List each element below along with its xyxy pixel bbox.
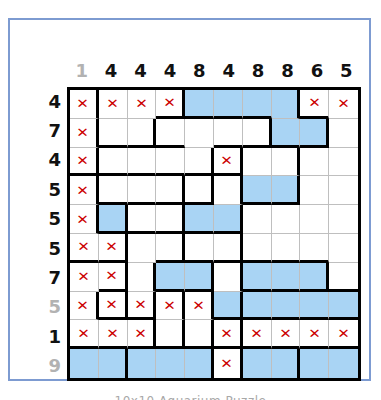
x-mark-icon: ✕ [163,96,176,109]
x-mark-icon: ✕ [77,126,90,139]
cell-r3c9[interactable] [300,148,329,177]
cell-r9c3[interactable]: ✕ [128,320,157,349]
cell-r8c5[interactable]: ✕ [185,292,214,321]
cell-r3c6[interactable]: ✕ [214,148,243,177]
cell-r5c8[interactable] [272,205,301,234]
cell-r3c2[interactable] [99,148,128,177]
x-mark-icon: ✕ [105,269,118,282]
cell-r7c3[interactable] [128,263,157,292]
puzzle-window: 1444848865 4745557519 ✕✕✕✕✕✕✕✕✕✕✕✕✕✕✕✕✕✕… [8,18,371,381]
row-clue-4: 5 [36,175,64,204]
cell-r7c5[interactable] [185,263,214,292]
cell-r3c1[interactable]: ✕ [70,148,99,177]
cell-r5c9[interactable] [300,205,329,234]
cell-r10c6[interactable]: ✕ [214,349,243,378]
cell-r2c5[interactable] [185,119,214,148]
cell-r10c8[interactable] [272,349,301,378]
x-mark-icon: ✕ [221,357,234,370]
cell-r4c4[interactable] [156,176,185,205]
col-clue-7: 8 [243,56,272,85]
cell-r5c7[interactable] [243,205,272,234]
x-mark-icon: ✕ [250,327,263,340]
cell-r1c5[interactable] [185,90,214,119]
row-clue-8: 5 [36,293,64,322]
cell-r2c3[interactable] [128,119,157,148]
cell-r4c1[interactable]: ✕ [70,176,99,205]
x-mark-icon: ✕ [77,184,90,197]
cell-r6c3[interactable] [128,234,157,263]
cell-r9c2[interactable]: ✕ [99,320,128,349]
x-mark-icon: ✕ [77,97,90,110]
cell-r10c9[interactable] [300,349,329,378]
row-clue-9: 1 [36,322,64,351]
cell-r9c7[interactable]: ✕ [243,320,272,349]
x-mark-icon: ✕ [221,154,234,167]
x-mark-icon: ✕ [77,213,90,226]
cell-r2c2[interactable] [99,119,128,148]
cell-r10c1[interactable] [70,349,99,378]
cell-r3c7[interactable] [243,148,272,177]
cell-r7c1[interactable]: ✕ [70,263,99,292]
cell-r6c1[interactable]: ✕ [70,234,99,263]
x-mark-icon: ✕ [105,240,118,253]
cell-r4c8[interactable] [272,176,301,205]
cell-r7c9[interactable] [300,263,329,292]
cell-r7c4[interactable] [156,263,185,292]
cell-r5c6[interactable] [214,205,243,234]
cell-r6c10[interactable] [329,234,358,263]
cell-r2c4[interactable] [156,119,185,148]
cell-r8c8[interactable] [272,292,301,321]
cell-r9c6[interactable]: ✕ [214,320,243,349]
cell-r10c2[interactable] [99,349,128,378]
cell-r6c7[interactable] [243,234,272,263]
cell-r9c9[interactable]: ✕ [300,320,329,349]
caption: 10x10 Aquarium Puzzle [0,394,381,400]
cell-r9c1[interactable]: ✕ [70,320,99,349]
cell-r4c2[interactable] [99,176,128,205]
x-mark-icon: ✕ [78,240,91,253]
cell-r1c1[interactable]: ✕ [70,90,99,119]
cell-r1c2[interactable]: ✕ [99,90,128,119]
cell-r9c10[interactable]: ✕ [329,320,358,349]
x-mark-icon: ✕ [78,270,91,283]
row-clue-7: 7 [36,263,64,292]
cell-r7c6[interactable] [214,263,243,292]
col-clue-5: 8 [185,56,214,85]
cell-r2c7[interactable] [243,119,272,148]
cell-r10c10[interactable] [329,349,358,378]
cell-r6c4[interactable] [156,234,185,263]
cell-r8c9[interactable] [300,292,329,321]
cell-r8c3[interactable]: ✕ [128,292,157,321]
cell-r7c8[interactable] [272,263,301,292]
cell-r4c7[interactable] [243,176,272,205]
cell-r3c3[interactable] [128,148,157,177]
cell-r6c8[interactable] [272,234,301,263]
cell-r2c9[interactable] [300,119,329,148]
cell-r9c5[interactable] [185,320,214,349]
cell-r9c8[interactable]: ✕ [272,320,301,349]
cell-r1c3[interactable]: ✕ [128,90,157,119]
col-clue-1: 1 [67,56,96,85]
cell-r6c5[interactable] [185,234,214,263]
cell-r10c7[interactable] [243,349,272,378]
cell-r4c3[interactable] [128,176,157,205]
cell-r1c6[interactable] [214,90,243,119]
col-clue-8: 8 [273,56,302,85]
cell-r4c10[interactable] [329,176,358,205]
cell-r1c7[interactable] [243,90,272,119]
row-clue-5: 5 [36,205,64,234]
x-mark-icon: ✕ [106,97,119,110]
row-clue-6: 5 [36,234,64,263]
column-clues: 1444848865 [67,56,361,85]
row-clue-10: 9 [36,352,64,381]
cell-r7c2[interactable]: ✕ [99,263,128,292]
x-mark-icon: ✕ [134,327,147,340]
row-clues: 4745557519 [36,87,64,381]
x-mark-icon: ✕ [135,97,148,110]
cell-r5c3[interactable] [128,205,157,234]
col-clue-3: 4 [126,56,155,85]
x-mark-icon: ✕ [77,299,90,312]
cell-r3c10[interactable] [329,148,358,177]
cell-r5c4[interactable] [156,205,185,234]
col-clue-9: 6 [302,56,331,85]
x-mark-icon: ✕ [279,327,292,340]
cell-r3c4[interactable] [156,148,185,177]
row-clue-1: 4 [36,87,64,116]
x-mark-icon: ✕ [106,327,119,340]
cell-r6c9[interactable] [300,234,329,263]
cell-r5c5[interactable] [185,205,214,234]
cell-r8c2[interactable]: ✕ [99,292,128,321]
cell-r8c10[interactable] [329,292,358,321]
cell-r4c9[interactable] [300,176,329,205]
x-mark-icon: ✕ [192,299,205,312]
cell-r1c4[interactable]: ✕ [156,90,185,119]
cell-r2c8[interactable] [272,119,301,148]
cell-r3c8[interactable] [272,148,301,177]
cell-r8c6[interactable] [214,292,243,321]
cell-r5c1[interactable]: ✕ [70,205,99,234]
cell-r1c9[interactable]: ✕ [300,90,329,119]
cell-r10c5[interactable] [185,349,214,378]
x-mark-icon: ✕ [308,96,321,109]
x-mark-icon: ✕ [78,327,91,340]
x-mark-icon: ✕ [105,298,118,311]
cell-r10c3[interactable] [128,349,157,378]
cell-r4c5[interactable] [185,176,214,205]
col-clue-2: 4 [96,56,125,85]
cell-r2c10[interactable] [329,119,358,148]
cell-r5c2[interactable] [99,205,128,234]
col-clue-6: 4 [214,56,243,85]
x-mark-icon: ✕ [337,97,350,110]
row-clue-3: 4 [36,146,64,175]
cell-r7c10[interactable] [329,263,358,292]
cell-r10c4[interactable] [156,349,185,378]
cell-r6c2[interactable]: ✕ [99,234,128,263]
cell-r4c6[interactable] [214,176,243,205]
x-mark-icon: ✕ [77,154,90,167]
col-clue-4: 4 [155,56,184,85]
x-mark-icon: ✕ [221,327,234,340]
cell-r2c6[interactable] [214,119,243,148]
cell-r7c7[interactable] [243,263,272,292]
cell-r8c4[interactable]: ✕ [156,292,185,321]
col-clue-10: 5 [332,56,361,85]
cell-r2c1[interactable]: ✕ [70,119,99,148]
cell-r3c5[interactable] [185,148,214,177]
x-mark-icon: ✕ [163,299,176,312]
cell-r5c10[interactable] [329,205,358,234]
cell-r9c4[interactable] [156,320,185,349]
aquarium-board: ✕✕✕✕✕✕✕✕✕✕✕✕✕✕✕✕✕✕✕✕✕✕✕✕✕✕✕✕✕ [67,87,361,381]
cell-r8c1[interactable]: ✕ [70,292,99,321]
x-mark-icon: ✕ [134,298,147,311]
cell-r6c6[interactable] [214,234,243,263]
cell-r1c10[interactable]: ✕ [329,90,358,119]
x-mark-icon: ✕ [337,327,350,340]
x-mark-icon: ✕ [308,327,321,340]
cell-r8c7[interactable] [243,292,272,321]
row-clue-2: 7 [36,116,64,145]
cell-r1c8[interactable] [272,90,301,119]
